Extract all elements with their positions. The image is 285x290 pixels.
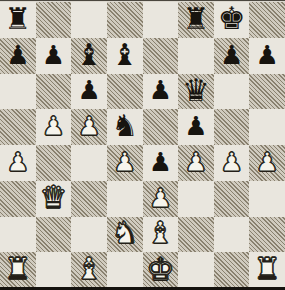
- chess-board: ♜♜♚♟♟♝♝♟♟♟♟♛♟♟♞♟♟♟♟♟♟♟♛♟♞♝♜♝♚♜: [0, 2, 285, 288]
- piece-white-pawn[interactable]: ♟: [184, 149, 207, 175]
- square-c4[interactable]: [71, 145, 107, 181]
- square-c7[interactable]: ♝: [71, 38, 107, 74]
- square-b1[interactable]: [36, 252, 72, 288]
- square-g3[interactable]: [214, 181, 250, 217]
- square-e7[interactable]: [143, 38, 179, 74]
- square-c2[interactable]: [71, 217, 107, 253]
- piece-black-rook[interactable]: ♜: [4, 4, 31, 34]
- square-c5[interactable]: ♟: [71, 109, 107, 145]
- piece-black-bishop[interactable]: ♝: [111, 40, 138, 70]
- piece-black-bishop[interactable]: ♝: [76, 40, 103, 70]
- piece-white-bishop[interactable]: ♝: [76, 254, 103, 284]
- square-g4[interactable]: ♟: [214, 145, 250, 181]
- chess-diagram: ♜♜♚♟♟♝♝♟♟♟♟♛♟♟♞♟♟♟♟♟♟♟♛♟♞♝♜♝♚♜: [0, 0, 285, 290]
- piece-black-pawn[interactable]: ♟: [149, 149, 172, 175]
- square-a3[interactable]: [0, 181, 36, 217]
- square-f5[interactable]: ♟: [178, 109, 214, 145]
- square-h8[interactable]: [249, 2, 285, 38]
- piece-white-queen[interactable]: ♛: [40, 182, 68, 213]
- square-e2[interactable]: ♝: [143, 217, 179, 253]
- square-a6[interactable]: [0, 74, 36, 110]
- piece-black-pawn[interactable]: ♟: [256, 42, 279, 68]
- square-d5[interactable]: ♞: [107, 109, 143, 145]
- square-e6[interactable]: ♟: [143, 74, 179, 110]
- square-b3[interactable]: ♛: [36, 181, 72, 217]
- square-c3[interactable]: [71, 181, 107, 217]
- square-h3[interactable]: [249, 181, 285, 217]
- piece-white-pawn[interactable]: ♟: [77, 113, 100, 139]
- square-h4[interactable]: ♟: [249, 145, 285, 181]
- piece-white-pawn[interactable]: ♟: [6, 149, 29, 175]
- square-g5[interactable]: [214, 109, 250, 145]
- square-a8[interactable]: ♜: [0, 2, 36, 38]
- piece-white-pawn[interactable]: ♟: [220, 149, 243, 175]
- piece-black-knight[interactable]: ♞: [111, 111, 138, 141]
- square-g8[interactable]: ♚: [214, 2, 250, 38]
- square-f8[interactable]: ♜: [178, 2, 214, 38]
- square-b5[interactable]: ♟: [36, 109, 72, 145]
- piece-black-pawn[interactable]: ♟: [42, 42, 65, 68]
- square-g1[interactable]: [214, 252, 250, 288]
- square-c1[interactable]: ♝: [71, 252, 107, 288]
- square-d2[interactable]: ♞: [107, 217, 143, 253]
- piece-white-knight[interactable]: ♞: [111, 218, 138, 248]
- square-d8[interactable]: [107, 2, 143, 38]
- piece-black-pawn[interactable]: ♟: [184, 113, 207, 139]
- square-b7[interactable]: ♟: [36, 38, 72, 74]
- square-f4[interactable]: ♟: [178, 145, 214, 181]
- square-f3[interactable]: [178, 181, 214, 217]
- piece-white-bishop[interactable]: ♝: [147, 218, 174, 248]
- piece-white-king[interactable]: ♚: [146, 254, 174, 285]
- square-h7[interactable]: ♟: [249, 38, 285, 74]
- piece-white-pawn[interactable]: ♟: [256, 149, 279, 175]
- piece-black-pawn[interactable]: ♟: [6, 42, 29, 68]
- square-g6[interactable]: [214, 74, 250, 110]
- square-d7[interactable]: ♝: [107, 38, 143, 74]
- square-g2[interactable]: [214, 217, 250, 253]
- piece-black-pawn[interactable]: ♟: [220, 42, 243, 68]
- piece-white-pawn[interactable]: ♟: [113, 149, 136, 175]
- piece-white-pawn[interactable]: ♟: [149, 185, 172, 211]
- piece-white-rook[interactable]: ♜: [254, 254, 281, 284]
- square-f6[interactable]: ♛: [178, 74, 214, 110]
- square-f1[interactable]: [178, 252, 214, 288]
- square-d4[interactable]: ♟: [107, 145, 143, 181]
- square-h5[interactable]: [249, 109, 285, 145]
- piece-black-rook[interactable]: ♜: [182, 4, 209, 34]
- square-b4[interactable]: [36, 145, 72, 181]
- square-a2[interactable]: [0, 217, 36, 253]
- square-f2[interactable]: [178, 217, 214, 253]
- square-d1[interactable]: [107, 252, 143, 288]
- square-d3[interactable]: [107, 181, 143, 217]
- square-e1[interactable]: ♚: [143, 252, 179, 288]
- piece-black-pawn[interactable]: ♟: [149, 77, 172, 103]
- piece-white-rook[interactable]: ♜: [4, 254, 31, 284]
- square-f7[interactable]: [178, 38, 214, 74]
- square-a5[interactable]: [0, 109, 36, 145]
- square-g7[interactable]: ♟: [214, 38, 250, 74]
- square-e3[interactable]: ♟: [143, 181, 179, 217]
- piece-black-pawn[interactable]: ♟: [77, 77, 100, 103]
- square-d6[interactable]: [107, 74, 143, 110]
- square-h1[interactable]: ♜: [249, 252, 285, 288]
- square-c6[interactable]: ♟: [71, 74, 107, 110]
- square-b6[interactable]: [36, 74, 72, 110]
- square-a4[interactable]: ♟: [0, 145, 36, 181]
- piece-black-queen[interactable]: ♛: [182, 75, 210, 106]
- square-e5[interactable]: [143, 109, 179, 145]
- square-c8[interactable]: [71, 2, 107, 38]
- square-h2[interactable]: [249, 217, 285, 253]
- square-b8[interactable]: [36, 2, 72, 38]
- square-b2[interactable]: [36, 217, 72, 253]
- square-a1[interactable]: ♜: [0, 252, 36, 288]
- square-h6[interactable]: [249, 74, 285, 110]
- square-e4[interactable]: ♟: [143, 145, 179, 181]
- piece-black-king[interactable]: ♚: [218, 3, 246, 34]
- square-e8[interactable]: [143, 2, 179, 38]
- square-a7[interactable]: ♟: [0, 38, 36, 74]
- piece-white-pawn[interactable]: ♟: [42, 113, 65, 139]
